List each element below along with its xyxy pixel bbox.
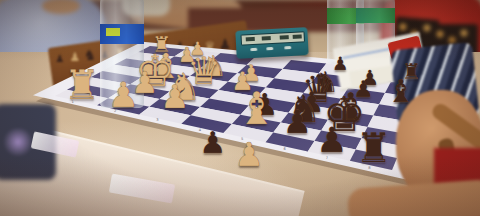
tournament-photo: ♟♟♞♟♜♟♟♝♟♟♛♟ 12345678abcdefgh ♜♝♜♟♟♝♚♟♟♞… [0,0,480,216]
foreground-leg [347,179,480,216]
seated-opponent [0,0,480,216]
